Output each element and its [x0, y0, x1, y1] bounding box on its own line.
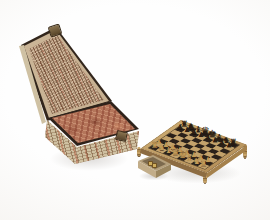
board-square — [212, 146, 223, 152]
chess-piece: ♝ — [215, 133, 223, 142]
storage-box — [0, 0, 270, 220]
board-edge-front-left — [0, 0, 270, 220]
chess-piece: ♚ — [208, 129, 217, 139]
box-shadow — [33, 142, 145, 176]
board-square — [197, 149, 208, 155]
box-lid-outer-edge — [0, 0, 270, 220]
chess-piece: ♛ — [201, 126, 210, 136]
board-square — [192, 152, 203, 158]
chess-piece: ♟ — [226, 142, 232, 149]
board-square: ♟ — [216, 143, 227, 149]
board-square: ♞ — [186, 127, 197, 133]
chess-piece: ♟ — [163, 142, 169, 149]
box-base-interior — [0, 0, 270, 220]
board-square — [173, 136, 184, 142]
board-square: ♟ — [153, 142, 164, 148]
board-square — [204, 152, 215, 158]
chess-piece: ♝ — [165, 146, 173, 155]
board-square — [208, 149, 219, 155]
chess-piece: ♞ — [158, 143, 166, 152]
board-square: ♟ — [167, 147, 178, 153]
box-base-left-side — [0, 0, 270, 220]
chess-piece: ♜ — [229, 138, 237, 147]
chess-piece: ♟ — [184, 127, 190, 134]
box-base-rim — [0, 0, 270, 220]
board-square: ♟ — [209, 140, 220, 146]
chess-piece: ♞ — [187, 122, 195, 131]
board-square — [157, 139, 168, 145]
board-square — [187, 141, 198, 147]
board-square: ♟ — [202, 137, 213, 143]
chess-piece: ♟ — [184, 150, 190, 157]
board-square — [178, 147, 189, 153]
table-leg-right — [243, 144, 247, 159]
chess-table: ♜♞♝♛♚♝♞♜♟♟♟♟♟♟♟♟♟♟♟♟♟♟♟♟♜♞♝♛♚♝♞♜ — [0, 0, 270, 220]
board-square — [162, 136, 173, 142]
chess-piece: ♜ — [151, 141, 159, 150]
chess-piece: ♟ — [156, 139, 162, 146]
chess-piece: ♞ — [222, 136, 230, 145]
board-square: ♞ — [156, 148, 167, 154]
chess-piece: ♟ — [212, 137, 218, 144]
board-square: ♜ — [228, 142, 239, 148]
dice-in-drawer — [0, 0, 270, 220]
board-square — [180, 138, 191, 144]
board-edge-front-right — [0, 0, 270, 220]
board-square: ♚ — [207, 134, 218, 140]
chess-piece: ♟ — [170, 144, 176, 151]
piece-drawer-front — [0, 0, 270, 220]
chess-piece: ♝ — [194, 125, 202, 134]
board-square — [215, 151, 226, 157]
board-square — [177, 133, 188, 139]
board-square — [184, 135, 195, 141]
box-lid-inner-border — [0, 0, 270, 220]
drawer-shadow — [134, 170, 174, 182]
chess-piece: ♟ — [191, 129, 197, 136]
piece-drawer — [0, 0, 270, 220]
board-square: ♝ — [214, 137, 225, 143]
chess-piece: ♟ — [177, 124, 183, 131]
board-square — [190, 146, 201, 152]
lid-clasp-icon — [48, 23, 63, 37]
board-square: ♝ — [193, 129, 204, 135]
box-base-front-side — [0, 0, 270, 220]
piece-drawer-cavity — [0, 0, 270, 220]
board-square — [201, 146, 212, 152]
board-square — [219, 148, 230, 154]
board-square — [191, 138, 202, 144]
board-square: ♜ — [149, 145, 160, 151]
board-square — [164, 142, 175, 148]
board-square: ♟ — [181, 130, 192, 136]
board-square — [194, 143, 205, 149]
chess-piece: ♜ — [180, 120, 188, 129]
board-square: ♟ — [174, 127, 185, 133]
board-square: ♟ — [223, 145, 234, 151]
chess-piece: ♟ — [177, 147, 183, 154]
board-square — [198, 140, 209, 146]
board-square — [166, 133, 177, 139]
chess-piece: ♟ — [198, 132, 204, 139]
board-square — [205, 143, 216, 149]
product-photo: ♜♞♝♛♚♝♞♜♟♟♟♟♟♟♟♟♟♟♟♟♟♟♟♟♜♞♝♛♚♝♞♜ — [0, 0, 270, 220]
board-square: ♛ — [200, 132, 211, 138]
piece-drawer-side — [0, 0, 270, 220]
board-square: ♞ — [221, 140, 232, 146]
board-square — [169, 139, 180, 145]
board-square — [170, 130, 181, 136]
board-square: ♟ — [160, 145, 171, 151]
board-square — [183, 144, 194, 150]
chess-piece: ♛ — [171, 147, 180, 157]
box-lid-hieroglyph-panel — [0, 0, 270, 220]
box-lid-trim — [0, 0, 270, 220]
board-square — [176, 141, 187, 147]
board-square: ♟ — [188, 132, 199, 138]
board-square — [171, 144, 182, 150]
base-clasp-icon — [115, 130, 128, 142]
board-square: ♟ — [174, 150, 185, 156]
board-square: ♝ — [163, 150, 174, 156]
chess-piece: ♟ — [219, 140, 225, 147]
board-square: ♜ — [179, 124, 190, 130]
board-square — [185, 149, 196, 155]
chess-piece: ♟ — [205, 135, 211, 142]
board-square: ♟ — [195, 135, 206, 141]
